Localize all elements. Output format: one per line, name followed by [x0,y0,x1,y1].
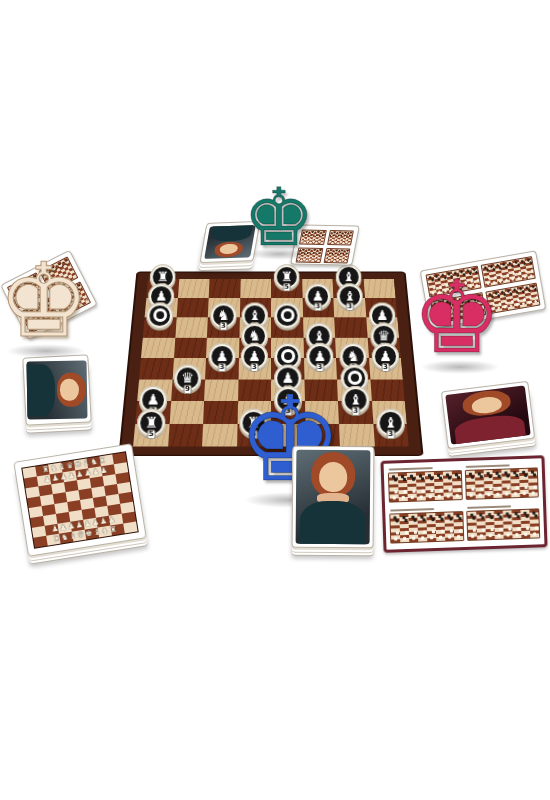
square-a4 [139,358,173,379]
rook-token-face: ♜5 [137,409,166,437]
mini-chess-diagram [323,248,350,263]
mini-chess-diagram [464,467,539,500]
caption-bar [390,508,434,512]
square-c2 [203,401,237,423]
ring-token-symbol [149,306,170,326]
ring-symbol [347,370,361,384]
pawn-token-face: ♟3 [307,343,334,370]
square-g6 [334,317,367,337]
dress-shape [300,500,366,544]
pawn-token: ♟3 [372,343,399,370]
bishop-token-face: ♝3 [341,386,369,414]
pawn-token-face: ♟3 [305,283,331,309]
teal-king-piece: ♚ [243,178,315,258]
portrait-art [26,360,87,419]
rook-token-value: 5 [282,283,290,291]
pink-king-piece: ♚ [412,268,502,368]
mini-chess-diagram [388,470,463,503]
mini-diagram-cell [388,465,463,505]
square-b6 [175,317,208,337]
cream-king-glyph: ♚ [0,241,89,360]
bottom-photo-deck [292,446,375,549]
pawn-token-value: 3 [314,302,323,311]
square-b8 [178,279,210,298]
square-d8 [240,279,271,298]
queen-token-face: ♛9 [174,364,202,391]
bishop-token-face: ♝3 [377,409,406,437]
ring-token-face [274,303,301,329]
bishop-token-value: 3 [386,430,395,439]
pawn-token-face: ♟3 [208,343,235,370]
rook-token: ♜5 [137,409,166,437]
caption-bar [467,505,511,509]
ring-symbol [280,309,294,323]
square-b2 [169,401,204,423]
square-c8 [209,279,241,298]
ring-symbol [280,349,294,363]
pink-king-glyph: ♚ [412,259,502,376]
right-photo-deck [441,381,535,449]
rook-token: ♜5 [274,264,300,289]
ring-symbol [153,309,167,323]
square-h3 [370,379,405,401]
pawn-token-face: ♟3 [241,343,268,370]
rook-token-face: ♜5 [274,264,300,289]
bishop-token: ♝3 [341,386,369,414]
square-b5 [174,337,207,358]
square-a5 [141,337,175,358]
square-h8 [363,279,395,298]
bishop-token: ♝3 [336,283,362,309]
bishop-token-value: 3 [345,302,354,311]
square-g1 [339,423,375,446]
ring-token-face [146,303,173,329]
teal-king-glyph: ♚ [243,171,315,264]
queen-token-value: 9 [183,385,192,394]
bishop-token-face: ♝3 [336,283,362,309]
face-shape [319,462,347,492]
product-photo-stage: ♜5♜5♝3♟3♟3♝3♞3♝3♟3♞3♝3♛9♟3♟3♟3♞3♟3♛9♟3♟3… [0,0,550,800]
square-c1 [202,423,237,446]
pawn-token: ♟3 [208,343,235,370]
cream-king-piece: ♚ [0,250,89,352]
caption-bar [465,464,509,468]
mini-chess-diagram [389,511,464,544]
knight-token: ♞3 [210,303,237,329]
pawn-token: ♟3 [305,283,331,309]
square-c3 [204,379,238,401]
rook-token-value: 5 [146,430,155,439]
portrait-art [296,450,371,545]
bottom-right-diagram-card [380,455,547,553]
pawn-token-value: 3 [217,363,226,372]
mini-diagram-cell [464,462,539,502]
pawn-token: ♟3 [241,343,268,370]
mini-diagram-cell [466,503,541,543]
pawn-token-face: ♟3 [372,343,399,370]
bottom-left-diagram-deck: ♜♞♝♛♚♝♞♜ ♟♟♟♟♟♟♟♟ ♟♟♟♟♟♟♟♟ ♜♞♝♛♚♝♞♜ [13,443,147,557]
ring-token [146,303,173,329]
mini-diagram-cell [389,506,464,546]
bishop-token-value: 3 [351,407,360,416]
caption-bar [389,467,433,471]
mini-chess-diagram [466,508,541,541]
pawn-token: ♟3 [307,343,334,370]
dress-shape [26,365,55,417]
full-chess-diagram: ♜♞♝♛♚♝♞♜ ♟♟♟♟♟♟♟♟ ♟♟♟♟♟♟♟♟ ♜♞♝♛♚♝♞♜ [21,451,139,549]
ring-token-symbol [277,306,298,326]
dress-shape [453,413,526,445]
bishop-token: ♝3 [377,409,406,437]
square-b1 [168,423,204,446]
knight-token-value: 3 [219,322,228,331]
left-photo-deck [22,354,91,425]
mini-chess-diagram [326,230,353,245]
pawn-token-value: 3 [381,363,390,372]
knight-token-face: ♞3 [210,303,237,329]
ring-token [274,303,301,329]
portrait-art [445,385,530,444]
square-b7 [176,298,208,317]
queen-token: ♛9 [174,364,202,391]
